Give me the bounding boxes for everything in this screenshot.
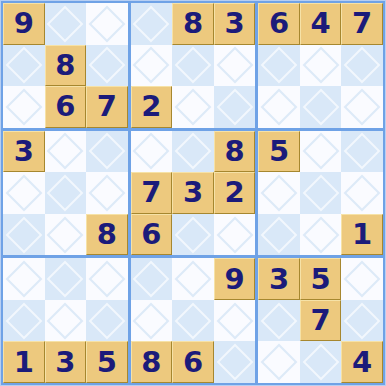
diamond-pattern [47, 216, 84, 253]
cell-r1c9: 7 [341, 3, 383, 45]
cell-r7c1[interactable] [3, 258, 45, 300]
diamond-pattern [302, 47, 339, 84]
diamond-pattern [133, 133, 170, 170]
given-digit: 2 [224, 178, 244, 207]
given-digit: 3 [183, 178, 203, 207]
cell-r2c5[interactable] [172, 45, 214, 87]
given-digit: 5 [269, 137, 289, 166]
cell-r2c8[interactable] [300, 45, 342, 87]
diamond-pattern [216, 344, 253, 381]
cell-r9c2: 3 [45, 341, 87, 383]
cell-r6c1[interactable] [3, 214, 45, 256]
diamond-pattern [47, 133, 84, 170]
diamond-pattern [47, 261, 84, 298]
diamond-pattern [47, 175, 84, 212]
cell-r5c1[interactable] [3, 172, 45, 214]
cell-r2c4[interactable] [131, 45, 173, 87]
diamond-pattern [5, 175, 42, 212]
cell-r6c3: 8 [86, 214, 128, 256]
cell-r4c7: 5 [258, 131, 300, 173]
cell-r7c6: 9 [214, 258, 256, 300]
cell-r1c2[interactable] [45, 3, 87, 45]
cell-r4c8[interactable] [300, 131, 342, 173]
given-digit: 1 [14, 348, 34, 377]
cell-r1c5: 8 [172, 3, 214, 45]
given-digit: 8 [141, 348, 161, 377]
cell-r1c3[interactable] [86, 3, 128, 45]
cell-r5c7[interactable] [258, 172, 300, 214]
diamond-pattern [175, 302, 212, 339]
diamond-pattern [344, 133, 381, 170]
diamond-pattern [175, 88, 212, 125]
cell-r8c8: 7 [300, 300, 342, 342]
cell-r9c1: 1 [3, 341, 45, 383]
diamond-pattern [88, 133, 125, 170]
diamond-pattern [5, 216, 42, 253]
sudoku-board: 98678326473887326511359863574 [1, 1, 385, 385]
box-r3c2: 986 [131, 258, 256, 383]
diamond-pattern [261, 344, 298, 381]
box-r2c1: 38 [3, 131, 128, 256]
cell-r1c1: 9 [3, 3, 45, 45]
given-digit: 2 [141, 92, 161, 121]
diamond-pattern [344, 175, 381, 212]
cell-r9c7[interactable] [258, 341, 300, 383]
cell-r3c4: 2 [131, 86, 173, 128]
cell-r9c6[interactable] [214, 341, 256, 383]
given-digit: 6 [141, 220, 161, 249]
cell-r2c2: 8 [45, 45, 87, 87]
cell-r3c8[interactable] [300, 86, 342, 128]
cell-r1c4[interactable] [131, 3, 173, 45]
cell-r3c1[interactable] [3, 86, 45, 128]
given-digit: 8 [55, 51, 75, 80]
diamond-pattern [261, 88, 298, 125]
diamond-pattern [175, 261, 212, 298]
cell-r8c5[interactable] [172, 300, 214, 342]
cell-r8c9[interactable] [341, 300, 383, 342]
diamond-pattern [88, 175, 125, 212]
diamond-pattern [5, 88, 42, 125]
given-digit: 9 [14, 9, 34, 38]
cell-r5c6: 2 [214, 172, 256, 214]
given-digit: 7 [352, 9, 372, 38]
given-digit: 7 [311, 306, 331, 335]
cell-r8c1[interactable] [3, 300, 45, 342]
cell-r2c7[interactable] [258, 45, 300, 87]
given-digit: 5 [311, 265, 331, 294]
diamond-pattern [5, 302, 42, 339]
cell-r1c6: 3 [214, 3, 256, 45]
diamond-pattern [133, 302, 170, 339]
cell-r3c9[interactable] [341, 86, 383, 128]
given-digit: 8 [183, 9, 203, 38]
given-digit: 3 [269, 265, 289, 294]
given-digit: 5 [97, 348, 117, 377]
cell-r9c3: 5 [86, 341, 128, 383]
box-r1c1: 9867 [3, 3, 128, 128]
cell-r9c8[interactable] [300, 341, 342, 383]
given-digit: 4 [311, 9, 331, 38]
cell-r6c6[interactable] [214, 214, 256, 256]
cell-r9c4: 8 [131, 341, 173, 383]
cell-r7c8: 5 [300, 258, 342, 300]
cell-r4c1: 3 [3, 131, 45, 173]
diamond-pattern [175, 216, 212, 253]
diamond-pattern [261, 175, 298, 212]
diamond-pattern [88, 261, 125, 298]
diamond-pattern [133, 47, 170, 84]
sudoku-app-frame: 98678326473887326511359863574 [0, 0, 386, 386]
cell-r7c5[interactable] [172, 258, 214, 300]
cell-r8c3[interactable] [86, 300, 128, 342]
diamond-pattern [302, 344, 339, 381]
given-digit: 3 [224, 9, 244, 38]
diamond-pattern [261, 47, 298, 84]
diamond-pattern [344, 302, 381, 339]
cell-r5c4: 7 [131, 172, 173, 214]
given-digit: 3 [14, 137, 34, 166]
cell-r5c3[interactable] [86, 172, 128, 214]
diamond-pattern [344, 88, 381, 125]
cell-r4c2[interactable] [45, 131, 87, 173]
diamond-pattern [47, 5, 84, 42]
cell-r2c3[interactable] [86, 45, 128, 87]
cell-r7c4[interactable] [131, 258, 173, 300]
box-r1c2: 832 [131, 3, 256, 128]
diamond-pattern [216, 302, 253, 339]
diamond-pattern [133, 261, 170, 298]
cell-r7c3[interactable] [86, 258, 128, 300]
cell-r5c5: 3 [172, 172, 214, 214]
diamond-pattern [175, 47, 212, 84]
cell-r4c4[interactable] [131, 131, 173, 173]
cell-r7c2[interactable] [45, 258, 87, 300]
given-digit: 6 [55, 92, 75, 121]
cell-r4c5[interactable] [172, 131, 214, 173]
box-r2c2: 87326 [131, 131, 256, 256]
cell-r6c7[interactable] [258, 214, 300, 256]
diamond-pattern [216, 88, 253, 125]
cell-r2c6[interactable] [214, 45, 256, 87]
given-digit: 8 [97, 220, 117, 249]
given-digit: 9 [224, 265, 244, 294]
cell-r5c2[interactable] [45, 172, 87, 214]
cell-r8c6[interactable] [214, 300, 256, 342]
cell-r9c5: 6 [172, 341, 214, 383]
cell-r3c2: 6 [45, 86, 87, 128]
diamond-pattern [302, 88, 339, 125]
cell-r8c2[interactable] [45, 300, 87, 342]
cell-r1c8: 4 [300, 3, 342, 45]
cell-r3c6[interactable] [214, 86, 256, 128]
cell-r4c3[interactable] [86, 131, 128, 173]
diamond-pattern [5, 261, 42, 298]
cell-r6c8[interactable] [300, 214, 342, 256]
diamond-pattern [216, 47, 253, 84]
diamond-pattern [88, 5, 125, 42]
cell-r8c4[interactable] [131, 300, 173, 342]
diamond-pattern [5, 47, 42, 84]
cell-r9c9: 4 [341, 341, 383, 383]
cell-r1c7: 6 [258, 3, 300, 45]
cell-r5c8[interactable] [300, 172, 342, 214]
cell-r6c5[interactable] [172, 214, 214, 256]
diamond-pattern [302, 175, 339, 212]
diamond-pattern [175, 133, 212, 170]
diamond-pattern [216, 216, 253, 253]
given-digit: 8 [224, 137, 244, 166]
diamond-pattern [302, 133, 339, 170]
diamond-pattern [344, 47, 381, 84]
cell-r2c1[interactable] [3, 45, 45, 87]
given-digit: 3 [55, 348, 75, 377]
box-r1c3: 647 [258, 3, 383, 128]
cell-r5c9[interactable] [341, 172, 383, 214]
given-digit: 4 [352, 348, 372, 377]
diamond-pattern [133, 5, 170, 42]
cell-r6c4: 6 [131, 214, 173, 256]
cell-r8c7[interactable] [258, 300, 300, 342]
diamond-pattern [344, 261, 381, 298]
given-digit: 1 [352, 220, 372, 249]
cell-r2c9[interactable] [341, 45, 383, 87]
box-r3c1: 135 [3, 258, 128, 383]
cell-r7c7: 3 [258, 258, 300, 300]
diamond-pattern [302, 216, 339, 253]
cell-r3c5[interactable] [172, 86, 214, 128]
cell-r6c9: 1 [341, 214, 383, 256]
cell-r3c7[interactable] [258, 86, 300, 128]
given-digit: 6 [183, 348, 203, 377]
given-digit: 7 [141, 178, 161, 207]
given-digit: 7 [97, 92, 117, 121]
cell-r3c3: 7 [86, 86, 128, 128]
given-digit: 6 [269, 9, 289, 38]
cell-r6c2[interactable] [45, 214, 87, 256]
cell-r4c9[interactable] [341, 131, 383, 173]
diamond-pattern [88, 47, 125, 84]
cell-r7c9[interactable] [341, 258, 383, 300]
diamond-pattern [88, 302, 125, 339]
box-r2c3: 51 [258, 131, 383, 256]
diamond-pattern [47, 302, 84, 339]
cell-r4c6: 8 [214, 131, 256, 173]
diamond-pattern [261, 302, 298, 339]
diamond-pattern [261, 216, 298, 253]
box-r3c3: 3574 [258, 258, 383, 383]
